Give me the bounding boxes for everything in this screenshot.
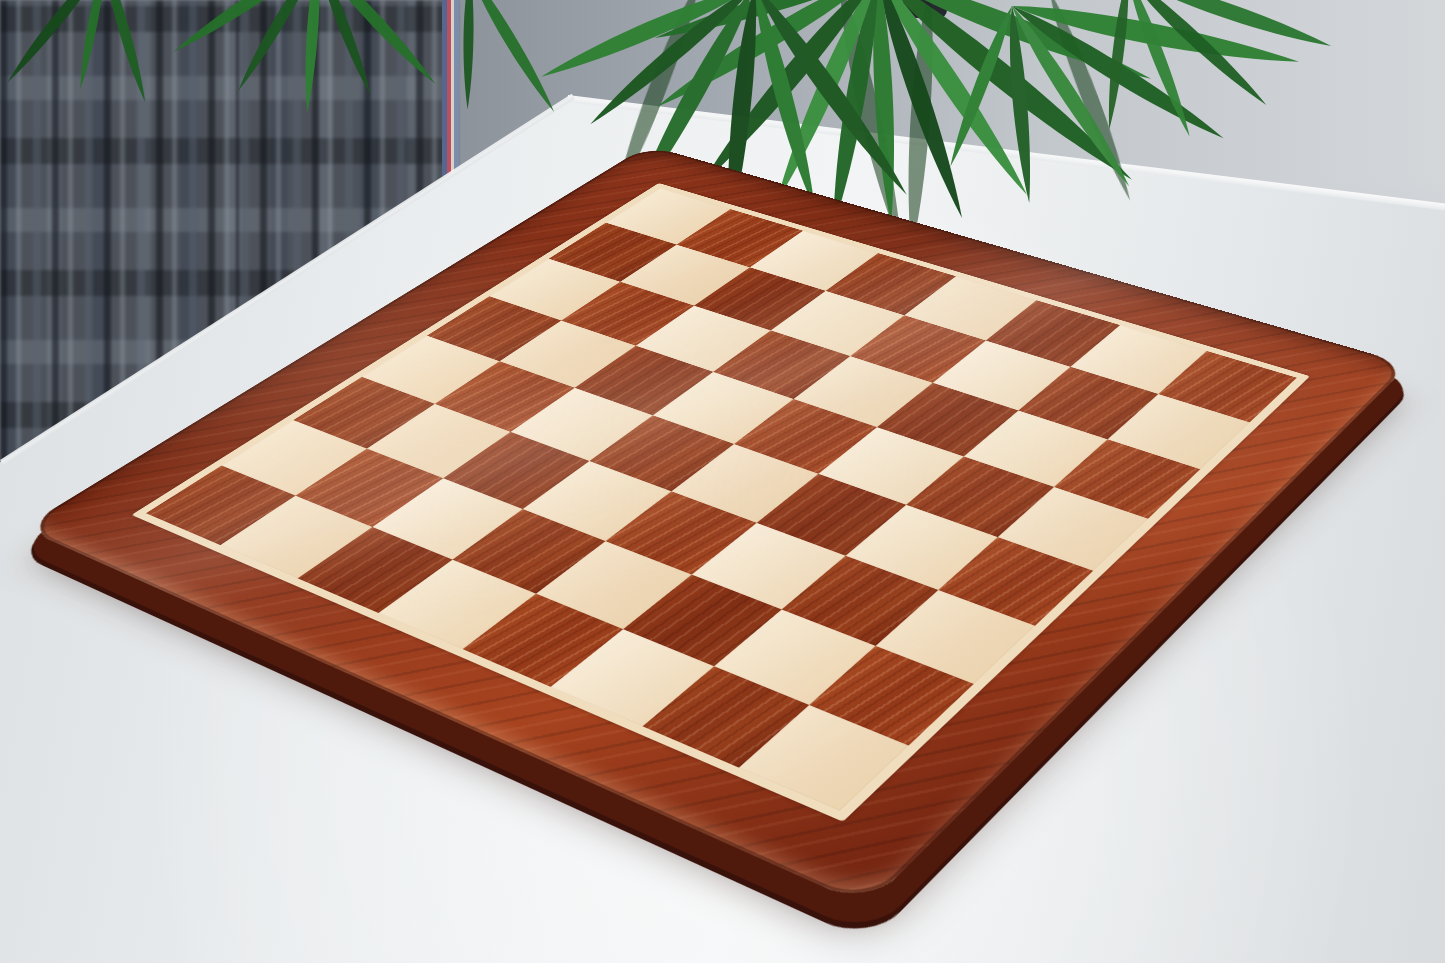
wall-panel-edge-strip: [442, 0, 459, 176]
scene: [0, 0, 1445, 963]
